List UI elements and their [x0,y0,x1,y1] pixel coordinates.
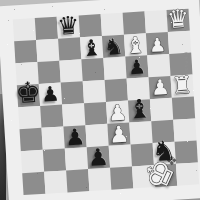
square-f8 [123,11,146,34]
square-b1 [44,170,67,193]
square-b8 [35,17,58,40]
square-f6 [125,55,148,78]
square-g5 [149,76,172,99]
square-a8 [13,18,36,41]
square-h5 [171,75,194,98]
square-d8 [79,14,102,37]
square-f1 [132,165,155,188]
square-b6 [37,61,60,84]
square-g8 [145,10,168,33]
square-h7 [168,31,191,54]
square-f5 [127,77,150,100]
square-a4 [18,106,41,129]
square-e7 [102,35,125,58]
square-f4 [128,99,151,122]
square-a6 [15,62,38,85]
square-a1 [22,172,45,195]
film-grain [0,0,1,1]
square-f3 [129,121,152,144]
square-e6 [103,57,126,80]
square-b5 [39,83,62,106]
square-g3 [151,120,174,143]
square-d2 [87,146,110,169]
square-b7 [36,39,59,62]
square-d6 [81,58,104,81]
square-c8 [57,15,80,38]
knight-crest-logo: ❖ [161,150,182,172]
square-c5 [61,81,84,104]
square-d5 [83,80,106,103]
square-d4 [84,102,107,125]
square-a7 [14,40,37,63]
square-e2 [109,144,132,167]
square-e4 [106,101,129,124]
brand-text: Chess [183,52,190,72]
square-c2 [65,147,88,170]
square-h3 [173,118,196,141]
square-g4 [150,98,173,121]
square-d1 [88,168,111,191]
square-e1 [110,166,133,189]
square-a2 [21,150,44,173]
square-b4 [40,105,63,128]
square-a5 [17,84,40,107]
square-b3 [41,127,64,150]
photo-scene: ♛♛♝♞♝♟♟♚♟♟♜♟♝♟♟♟♞♚ ❖ Chess [0,0,200,200]
square-h8 [167,9,190,32]
square-d3 [85,124,108,147]
square-d7 [80,36,103,59]
square-c7 [58,37,81,60]
square-g6 [147,54,170,77]
square-e3 [107,122,130,145]
square-e5 [105,79,128,102]
square-c4 [62,103,85,126]
square-c6 [59,59,82,82]
square-f2 [131,143,154,166]
square-g7 [146,32,169,55]
square-h4 [172,97,195,120]
square-b2 [43,148,66,171]
square-f7 [124,33,147,56]
photo-background: ♛♛♝♞♝♟♟♚♟♟♜♟♝♟♟♟♞♚ ❖ Chess [0,0,200,200]
square-a3 [20,128,43,151]
board-frame: ♛♛♝♞♝♟♟♚♟♟♜♟♝♟♟♟♞♚ ❖ Chess [0,0,200,200]
square-e8 [101,13,124,36]
square-c3 [63,125,86,148]
square-c1 [66,169,89,192]
